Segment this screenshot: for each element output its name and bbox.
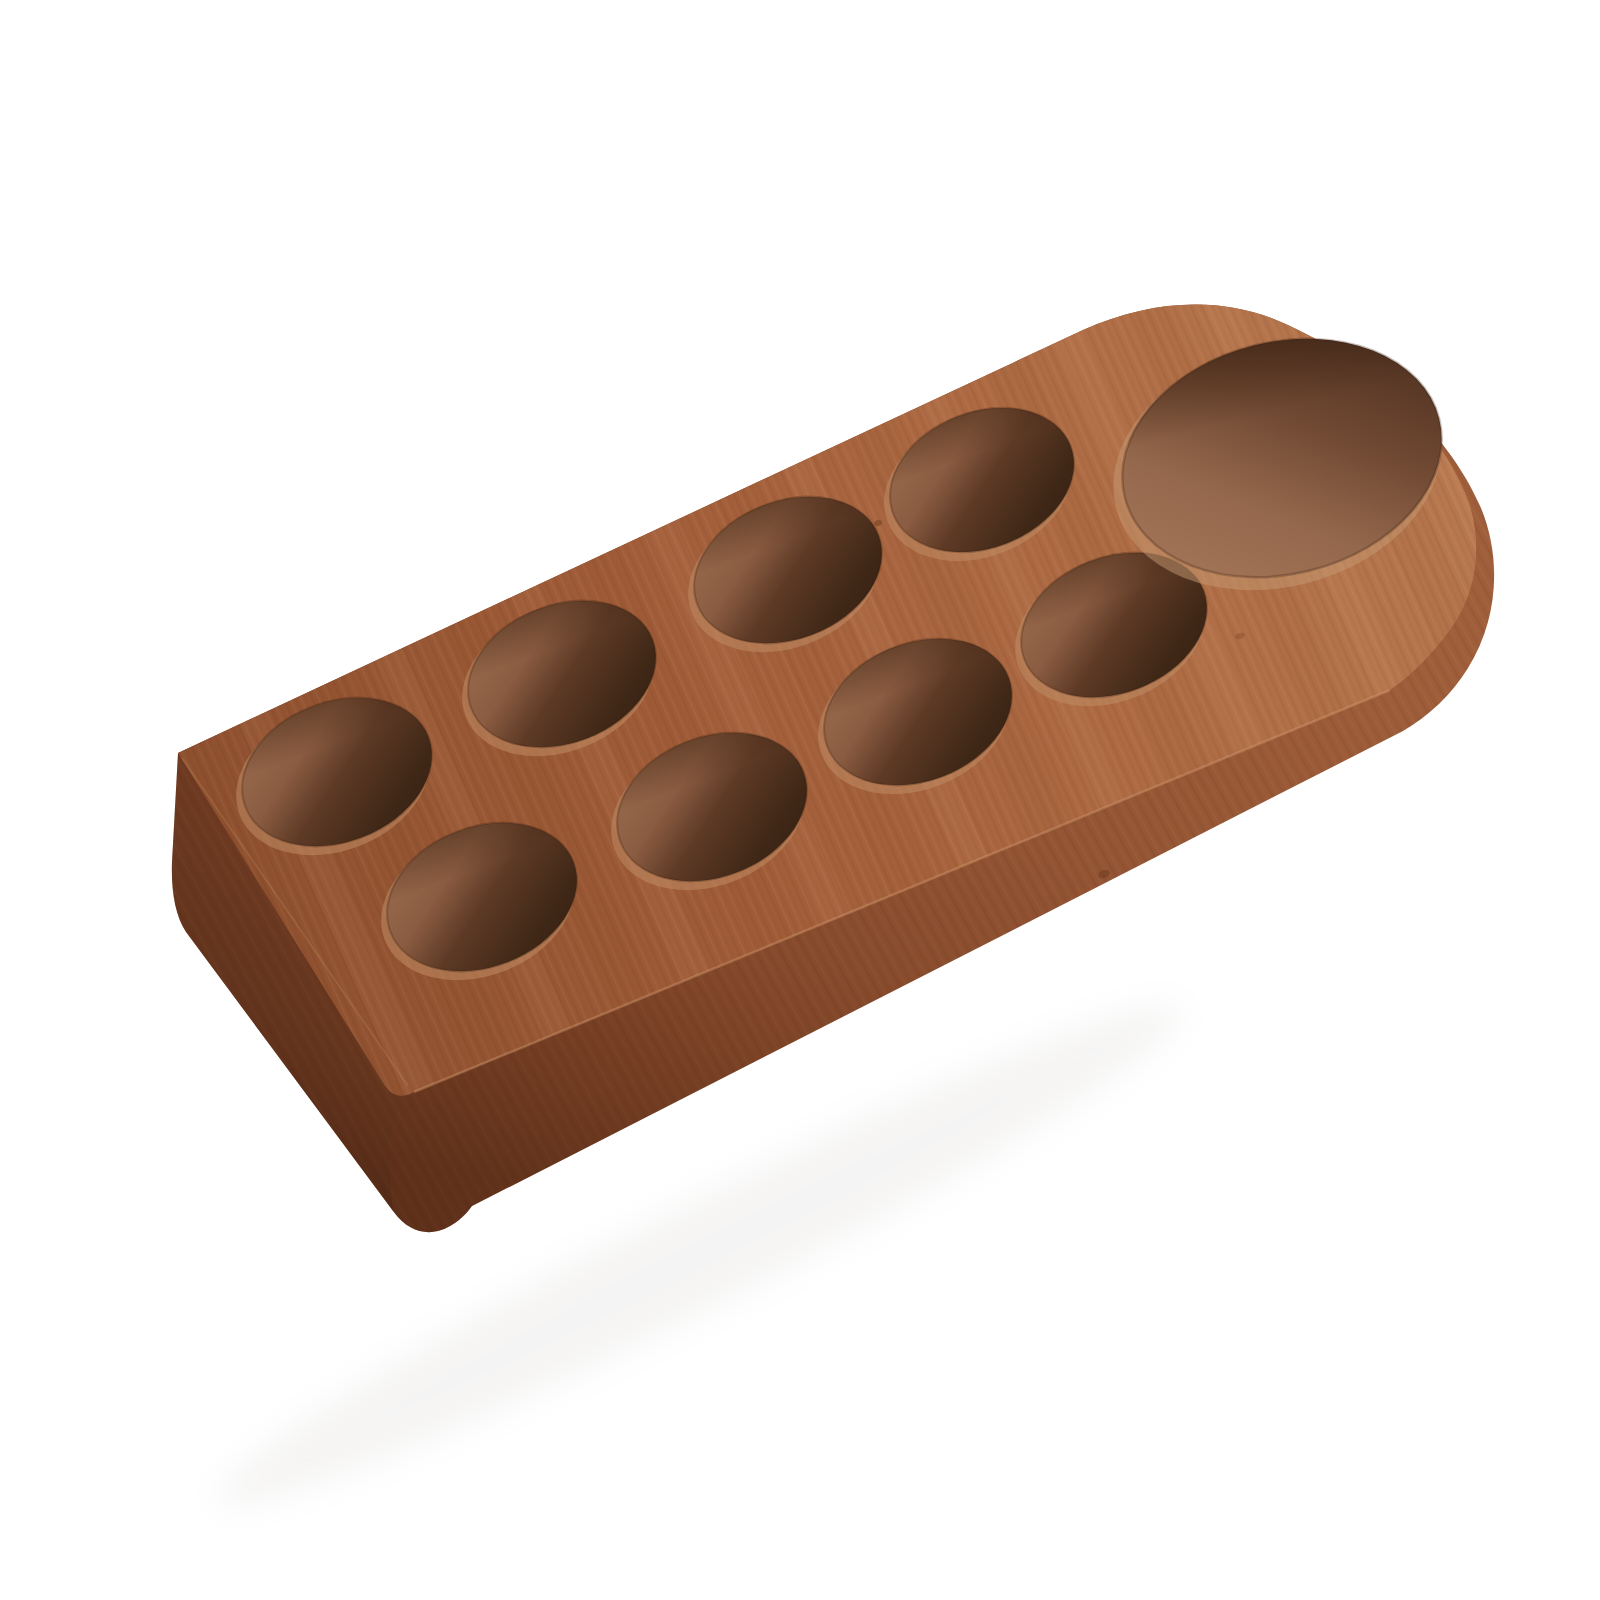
photo-stage	[0, 0, 1600, 1600]
mancala-board-photo	[0, 0, 1600, 1600]
